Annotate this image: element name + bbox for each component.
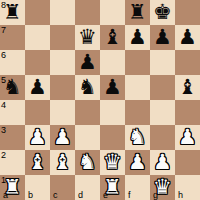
square-h3[interactable]: ♟ xyxy=(175,125,200,150)
white-queen-e2[interactable]: ♛ xyxy=(100,150,125,175)
square-c8[interactable] xyxy=(50,0,75,25)
file-label-c: c xyxy=(53,191,58,200)
chess-board: ♜♜♚♛♝♟♟♟♟♞♟♞♟♝♟♟♞♟♝♝♞♛♟♟♜♜♛ xyxy=(0,0,200,200)
rank-label-4: 4 xyxy=(1,101,6,110)
black-bishop-e7[interactable]: ♝ xyxy=(100,25,125,50)
file-label-f: f xyxy=(128,191,131,200)
square-e8[interactable] xyxy=(100,0,125,25)
rank-label-8: 8 xyxy=(1,1,6,10)
chess-app: ♜♜♚♛♝♟♟♟♟♞♟♞♟♝♟♟♞♟♝♝♞♛♟♟♜♜♛ 8 7 6 5 4 3 … xyxy=(0,0,200,200)
square-e6[interactable] xyxy=(100,50,125,75)
rank-label-3: 3 xyxy=(1,126,6,135)
white-bishop-b2[interactable]: ♝ xyxy=(25,150,50,175)
square-h2[interactable] xyxy=(175,150,200,175)
square-h4[interactable] xyxy=(175,100,200,125)
white-bishop-c2[interactable]: ♝ xyxy=(50,150,75,175)
square-e4[interactable] xyxy=(100,100,125,125)
black-king-g8[interactable]: ♚ xyxy=(150,0,175,25)
white-pawn-c3[interactable]: ♟ xyxy=(50,125,75,150)
square-b5[interactable]: ♟ xyxy=(25,75,50,100)
rank-label-2: 2 xyxy=(1,151,6,160)
square-f4[interactable] xyxy=(125,100,150,125)
square-f6[interactable] xyxy=(125,50,150,75)
square-g5[interactable] xyxy=(150,75,175,100)
square-h6[interactable] xyxy=(175,50,200,75)
square-f7[interactable]: ♟ xyxy=(125,25,150,50)
square-g4[interactable] xyxy=(150,100,175,125)
black-pawn-d6[interactable]: ♟ xyxy=(75,50,100,75)
square-b4[interactable] xyxy=(25,100,50,125)
square-f5[interactable] xyxy=(125,75,150,100)
black-rook-f8[interactable]: ♜ xyxy=(125,0,150,25)
file-label-b: b xyxy=(28,191,33,200)
white-pawn-f2[interactable]: ♟ xyxy=(125,150,150,175)
file-label-a: a xyxy=(3,191,8,200)
square-h5[interactable]: ♝ xyxy=(175,75,200,100)
square-c4[interactable] xyxy=(50,100,75,125)
black-queen-d7[interactable]: ♛ xyxy=(75,25,100,50)
white-pawn-b3[interactable]: ♟ xyxy=(25,125,50,150)
square-c5[interactable] xyxy=(50,75,75,100)
square-b6[interactable] xyxy=(25,50,50,75)
square-b7[interactable] xyxy=(25,25,50,50)
black-pawn-b5[interactable]: ♟ xyxy=(25,75,50,100)
square-g8[interactable]: ♚ xyxy=(150,0,175,25)
square-h8[interactable] xyxy=(175,0,200,25)
rank-label-6: 6 xyxy=(1,51,6,60)
rank-label-1: 1 xyxy=(1,176,6,185)
file-label-g: g xyxy=(153,191,158,200)
square-e2[interactable]: ♛ xyxy=(100,150,125,175)
rank-label-5: 5 xyxy=(1,76,6,85)
file-label-d: d xyxy=(78,191,83,200)
square-g7[interactable]: ♟ xyxy=(150,25,175,50)
file-label-h: h xyxy=(178,191,183,200)
square-c2[interactable]: ♝ xyxy=(50,150,75,175)
square-e7[interactable]: ♝ xyxy=(100,25,125,50)
file-label-e: e xyxy=(103,191,108,200)
square-e5[interactable]: ♟ xyxy=(100,75,125,100)
square-g2[interactable]: ♟ xyxy=(150,150,175,175)
square-d8[interactable] xyxy=(75,0,100,25)
square-b8[interactable] xyxy=(25,0,50,25)
square-d4[interactable] xyxy=(75,100,100,125)
square-f2[interactable]: ♟ xyxy=(125,150,150,175)
square-d7[interactable]: ♛ xyxy=(75,25,100,50)
square-f3[interactable]: ♞ xyxy=(125,125,150,150)
white-knight-f3[interactable]: ♞ xyxy=(125,125,150,150)
black-pawn-e5[interactable]: ♟ xyxy=(100,75,125,100)
square-d3[interactable] xyxy=(75,125,100,150)
square-c6[interactable] xyxy=(50,50,75,75)
square-f8[interactable]: ♜ xyxy=(125,0,150,25)
square-h7[interactable]: ♟ xyxy=(175,25,200,50)
square-g6[interactable] xyxy=(150,50,175,75)
square-d6[interactable]: ♟ xyxy=(75,50,100,75)
white-pawn-g2[interactable]: ♟ xyxy=(150,150,175,175)
black-bishop-h5[interactable]: ♝ xyxy=(175,75,200,100)
black-pawn-g7[interactable]: ♟ xyxy=(150,25,175,50)
square-d5[interactable]: ♞ xyxy=(75,75,100,100)
white-pawn-h3[interactable]: ♟ xyxy=(175,125,200,150)
square-c3[interactable]: ♟ xyxy=(50,125,75,150)
square-g3[interactable] xyxy=(150,125,175,150)
black-pawn-h7[interactable]: ♟ xyxy=(175,25,200,50)
square-b3[interactable]: ♟ xyxy=(25,125,50,150)
rank-label-7: 7 xyxy=(1,26,6,35)
white-knight-d2[interactable]: ♞ xyxy=(75,150,100,175)
square-e3[interactable] xyxy=(100,125,125,150)
black-knight-d5[interactable]: ♞ xyxy=(75,75,100,100)
square-d2[interactable]: ♞ xyxy=(75,150,100,175)
square-b2[interactable]: ♝ xyxy=(25,150,50,175)
black-pawn-f7[interactable]: ♟ xyxy=(125,25,150,50)
square-c7[interactable] xyxy=(50,25,75,50)
